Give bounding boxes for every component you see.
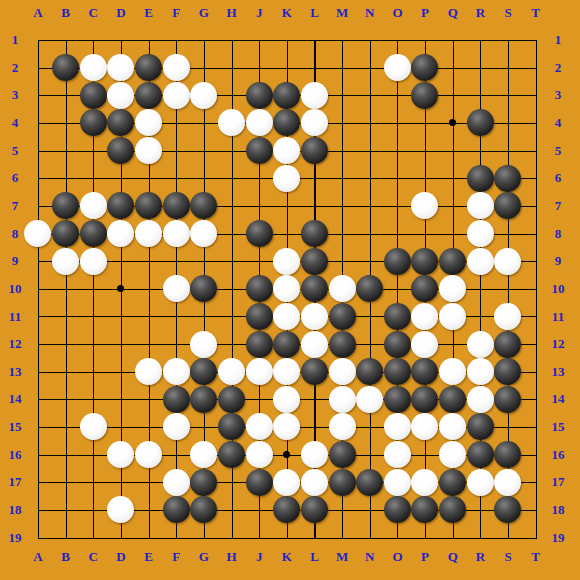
intersection-p2[interactable] xyxy=(411,54,439,82)
intersection-q5[interactable] xyxy=(439,137,467,165)
intersection-o11[interactable] xyxy=(384,303,412,331)
intersection-q2[interactable] xyxy=(439,54,467,82)
intersection-b11[interactable] xyxy=(52,303,80,331)
intersection-o1[interactable] xyxy=(384,26,412,54)
intersection-j12[interactable] xyxy=(245,330,273,358)
intersection-s15[interactable] xyxy=(494,413,522,441)
intersection-n9[interactable] xyxy=(356,247,384,275)
intersection-g18[interactable] xyxy=(190,496,218,524)
intersection-g13[interactable] xyxy=(190,358,218,386)
intersection-o16[interactable] xyxy=(384,441,412,469)
intersection-q11[interactable] xyxy=(439,303,467,331)
intersection-b4[interactable] xyxy=(52,109,80,137)
intersection-f13[interactable] xyxy=(162,358,190,386)
intersection-e5[interactable] xyxy=(135,137,163,165)
intersection-e6[interactable] xyxy=(135,164,163,192)
intersection-d1[interactable] xyxy=(107,26,135,54)
intersection-h16[interactable] xyxy=(218,441,246,469)
intersection-j7[interactable] xyxy=(245,192,273,220)
intersection-j5[interactable] xyxy=(245,137,273,165)
intersection-l9[interactable] xyxy=(301,247,329,275)
intersection-p13[interactable] xyxy=(411,358,439,386)
intersection-m4[interactable] xyxy=(328,109,356,137)
intersection-b10[interactable] xyxy=(52,275,80,303)
intersection-m14[interactable] xyxy=(328,386,356,414)
intersection-c9[interactable] xyxy=(79,247,107,275)
intersection-d7[interactable] xyxy=(107,192,135,220)
intersection-f11[interactable] xyxy=(162,303,190,331)
intersection-f19[interactable] xyxy=(162,524,190,552)
intersection-h14[interactable] xyxy=(218,386,246,414)
intersection-c17[interactable] xyxy=(79,468,107,496)
intersection-p15[interactable] xyxy=(411,413,439,441)
intersection-m12[interactable] xyxy=(328,330,356,358)
intersection-m5[interactable] xyxy=(328,137,356,165)
intersection-h6[interactable] xyxy=(218,164,246,192)
intersection-h2[interactable] xyxy=(218,54,246,82)
intersection-b18[interactable] xyxy=(52,496,80,524)
intersection-e15[interactable] xyxy=(135,413,163,441)
intersection-s17[interactable] xyxy=(494,468,522,496)
intersection-b13[interactable] xyxy=(52,358,80,386)
intersection-p17[interactable] xyxy=(411,468,439,496)
intersection-l12[interactable] xyxy=(301,330,329,358)
intersection-s7[interactable] xyxy=(494,192,522,220)
intersection-m19[interactable] xyxy=(328,524,356,552)
intersection-e17[interactable] xyxy=(135,468,163,496)
intersection-r16[interactable] xyxy=(466,441,494,469)
intersection-s10[interactable] xyxy=(494,275,522,303)
intersection-k18[interactable] xyxy=(273,496,301,524)
intersection-h11[interactable] xyxy=(218,303,246,331)
intersection-q12[interactable] xyxy=(439,330,467,358)
intersection-e19[interactable] xyxy=(135,524,163,552)
intersection-j9[interactable] xyxy=(245,247,273,275)
intersection-o3[interactable] xyxy=(384,81,412,109)
intersection-k17[interactable] xyxy=(273,468,301,496)
intersection-c8[interactable] xyxy=(79,220,107,248)
intersection-p5[interactable] xyxy=(411,137,439,165)
intersection-o14[interactable] xyxy=(384,386,412,414)
intersection-r12[interactable] xyxy=(466,330,494,358)
intersection-d3[interactable] xyxy=(107,81,135,109)
go-board[interactable] xyxy=(24,26,549,551)
intersection-m3[interactable] xyxy=(328,81,356,109)
intersection-f18[interactable] xyxy=(162,496,190,524)
intersection-l2[interactable] xyxy=(301,54,329,82)
intersection-e16[interactable] xyxy=(135,441,163,469)
intersection-g16[interactable] xyxy=(190,441,218,469)
intersection-k12[interactable] xyxy=(273,330,301,358)
intersection-k11[interactable] xyxy=(273,303,301,331)
intersection-m13[interactable] xyxy=(328,358,356,386)
intersection-f12[interactable] xyxy=(162,330,190,358)
intersection-c4[interactable] xyxy=(79,109,107,137)
intersection-k2[interactable] xyxy=(273,54,301,82)
intersection-r2[interactable] xyxy=(466,54,494,82)
intersection-b19[interactable] xyxy=(52,524,80,552)
intersection-b17[interactable] xyxy=(52,468,80,496)
intersection-j18[interactable] xyxy=(245,496,273,524)
intersection-c18[interactable] xyxy=(79,496,107,524)
intersection-p11[interactable] xyxy=(411,303,439,331)
intersection-k9[interactable] xyxy=(273,247,301,275)
intersection-d19[interactable] xyxy=(107,524,135,552)
intersection-r3[interactable] xyxy=(466,81,494,109)
intersection-r4[interactable] xyxy=(466,109,494,137)
intersection-c1[interactable] xyxy=(79,26,107,54)
intersection-r7[interactable] xyxy=(466,192,494,220)
intersection-l6[interactable] xyxy=(301,164,329,192)
intersection-h15[interactable] xyxy=(218,413,246,441)
intersection-d11[interactable] xyxy=(107,303,135,331)
intersection-b7[interactable] xyxy=(52,192,80,220)
intersection-k4[interactable] xyxy=(273,109,301,137)
intersection-n5[interactable] xyxy=(356,137,384,165)
intersection-e14[interactable] xyxy=(135,386,163,414)
intersection-o15[interactable] xyxy=(384,413,412,441)
intersection-q3[interactable] xyxy=(439,81,467,109)
intersection-g15[interactable] xyxy=(190,413,218,441)
intersection-f15[interactable] xyxy=(162,413,190,441)
intersection-p7[interactable] xyxy=(411,192,439,220)
intersection-l17[interactable] xyxy=(301,468,329,496)
intersection-k3[interactable] xyxy=(273,81,301,109)
intersection-q18[interactable] xyxy=(439,496,467,524)
intersection-j11[interactable] xyxy=(245,303,273,331)
intersection-j16[interactable] xyxy=(245,441,273,469)
intersection-d2[interactable] xyxy=(107,54,135,82)
intersection-o5[interactable] xyxy=(384,137,412,165)
intersection-d14[interactable] xyxy=(107,386,135,414)
intersection-o17[interactable] xyxy=(384,468,412,496)
intersection-o12[interactable] xyxy=(384,330,412,358)
intersection-j13[interactable] xyxy=(245,358,273,386)
intersection-p3[interactable] xyxy=(411,81,439,109)
intersection-h17[interactable] xyxy=(218,468,246,496)
intersection-h10[interactable] xyxy=(218,275,246,303)
intersection-o8[interactable] xyxy=(384,220,412,248)
intersection-p10[interactable] xyxy=(411,275,439,303)
intersection-f7[interactable] xyxy=(162,192,190,220)
intersection-p6[interactable] xyxy=(411,164,439,192)
intersection-r10[interactable] xyxy=(466,275,494,303)
intersection-q4[interactable] xyxy=(439,109,467,137)
intersection-q15[interactable] xyxy=(439,413,467,441)
intersection-m11[interactable] xyxy=(328,303,356,331)
intersection-n1[interactable] xyxy=(356,26,384,54)
intersection-f6[interactable] xyxy=(162,164,190,192)
intersection-c16[interactable] xyxy=(79,441,107,469)
intersection-c11[interactable] xyxy=(79,303,107,331)
intersection-c12[interactable] xyxy=(79,330,107,358)
intersection-c15[interactable] xyxy=(79,413,107,441)
intersection-s18[interactable] xyxy=(494,496,522,524)
intersection-k7[interactable] xyxy=(273,192,301,220)
intersection-k6[interactable] xyxy=(273,164,301,192)
intersection-r17[interactable] xyxy=(466,468,494,496)
intersection-g4[interactable] xyxy=(190,109,218,137)
intersection-l15[interactable] xyxy=(301,413,329,441)
intersection-b15[interactable] xyxy=(52,413,80,441)
intersection-h12[interactable] xyxy=(218,330,246,358)
intersection-b14[interactable] xyxy=(52,386,80,414)
intersection-k10[interactable] xyxy=(273,275,301,303)
intersection-g14[interactable] xyxy=(190,386,218,414)
intersection-f3[interactable] xyxy=(162,81,190,109)
intersection-q13[interactable] xyxy=(439,358,467,386)
intersection-n7[interactable] xyxy=(356,192,384,220)
intersection-l8[interactable] xyxy=(301,220,329,248)
intersection-j10[interactable] xyxy=(245,275,273,303)
intersection-e11[interactable] xyxy=(135,303,163,331)
intersection-b8[interactable] xyxy=(52,220,80,248)
intersection-n11[interactable] xyxy=(356,303,384,331)
intersection-c19[interactable] xyxy=(79,524,107,552)
intersection-j4[interactable] xyxy=(245,109,273,137)
intersection-p18[interactable] xyxy=(411,496,439,524)
intersection-m1[interactable] xyxy=(328,26,356,54)
intersection-l19[interactable] xyxy=(301,524,329,552)
intersection-f9[interactable] xyxy=(162,247,190,275)
intersection-r11[interactable] xyxy=(466,303,494,331)
intersection-o19[interactable] xyxy=(384,524,412,552)
intersection-h13[interactable] xyxy=(218,358,246,386)
intersection-m16[interactable] xyxy=(328,441,356,469)
intersection-g11[interactable] xyxy=(190,303,218,331)
intersection-m6[interactable] xyxy=(328,164,356,192)
intersection-j15[interactable] xyxy=(245,413,273,441)
intersection-n18[interactable] xyxy=(356,496,384,524)
intersection-k16[interactable] xyxy=(273,441,301,469)
intersection-s12[interactable] xyxy=(494,330,522,358)
intersection-k19[interactable] xyxy=(273,524,301,552)
intersection-n14[interactable] xyxy=(356,386,384,414)
intersection-f10[interactable] xyxy=(162,275,190,303)
intersection-s11[interactable] xyxy=(494,303,522,331)
intersection-m18[interactable] xyxy=(328,496,356,524)
intersection-d10[interactable] xyxy=(107,275,135,303)
intersection-k15[interactable] xyxy=(273,413,301,441)
intersection-q6[interactable] xyxy=(439,164,467,192)
intersection-f5[interactable] xyxy=(162,137,190,165)
intersection-n19[interactable] xyxy=(356,524,384,552)
intersection-k14[interactable] xyxy=(273,386,301,414)
intersection-d13[interactable] xyxy=(107,358,135,386)
intersection-l14[interactable] xyxy=(301,386,329,414)
intersection-o18[interactable] xyxy=(384,496,412,524)
intersection-d8[interactable] xyxy=(107,220,135,248)
intersection-l16[interactable] xyxy=(301,441,329,469)
intersection-m9[interactable] xyxy=(328,247,356,275)
intersection-c13[interactable] xyxy=(79,358,107,386)
intersection-m17[interactable] xyxy=(328,468,356,496)
intersection-q14[interactable] xyxy=(439,386,467,414)
intersection-m7[interactable] xyxy=(328,192,356,220)
intersection-s16[interactable] xyxy=(494,441,522,469)
intersection-g7[interactable] xyxy=(190,192,218,220)
intersection-l5[interactable] xyxy=(301,137,329,165)
intersection-p8[interactable] xyxy=(411,220,439,248)
intersection-g1[interactable] xyxy=(190,26,218,54)
intersection-d9[interactable] xyxy=(107,247,135,275)
intersection-b5[interactable] xyxy=(52,137,80,165)
intersection-r5[interactable] xyxy=(466,137,494,165)
intersection-c3[interactable] xyxy=(79,81,107,109)
intersection-b6[interactable] xyxy=(52,164,80,192)
intersection-n2[interactable] xyxy=(356,54,384,82)
intersection-f14[interactable] xyxy=(162,386,190,414)
intersection-h8[interactable] xyxy=(218,220,246,248)
intersection-b16[interactable] xyxy=(52,441,80,469)
intersection-r13[interactable] xyxy=(466,358,494,386)
intersection-e4[interactable] xyxy=(135,109,163,137)
intersection-g6[interactable] xyxy=(190,164,218,192)
intersection-n8[interactable] xyxy=(356,220,384,248)
intersection-j1[interactable] xyxy=(245,26,273,54)
intersection-r8[interactable] xyxy=(466,220,494,248)
intersection-e12[interactable] xyxy=(135,330,163,358)
intersection-b2[interactable] xyxy=(52,54,80,82)
intersection-s14[interactable] xyxy=(494,386,522,414)
intersection-s9[interactable] xyxy=(494,247,522,275)
intersection-d16[interactable] xyxy=(107,441,135,469)
intersection-h9[interactable] xyxy=(218,247,246,275)
intersection-q17[interactable] xyxy=(439,468,467,496)
intersection-d12[interactable] xyxy=(107,330,135,358)
intersection-k8[interactable] xyxy=(273,220,301,248)
intersection-r19[interactable] xyxy=(466,524,494,552)
intersection-s8[interactable] xyxy=(494,220,522,248)
intersection-e8[interactable] xyxy=(135,220,163,248)
intersection-r9[interactable] xyxy=(466,247,494,275)
intersection-b12[interactable] xyxy=(52,330,80,358)
intersection-s6[interactable] xyxy=(494,164,522,192)
intersection-f1[interactable] xyxy=(162,26,190,54)
intersection-g12[interactable] xyxy=(190,330,218,358)
intersection-e1[interactable] xyxy=(135,26,163,54)
intersection-p16[interactable] xyxy=(411,441,439,469)
intersection-f4[interactable] xyxy=(162,109,190,137)
intersection-p4[interactable] xyxy=(411,109,439,137)
intersection-q16[interactable] xyxy=(439,441,467,469)
intersection-l13[interactable] xyxy=(301,358,329,386)
intersection-p14[interactable] xyxy=(411,386,439,414)
intersection-e18[interactable] xyxy=(135,496,163,524)
intersection-g2[interactable] xyxy=(190,54,218,82)
intersection-g9[interactable] xyxy=(190,247,218,275)
intersection-p9[interactable] xyxy=(411,247,439,275)
intersection-e13[interactable] xyxy=(135,358,163,386)
intersection-h5[interactable] xyxy=(218,137,246,165)
intersection-c10[interactable] xyxy=(79,275,107,303)
intersection-e9[interactable] xyxy=(135,247,163,275)
intersection-n3[interactable] xyxy=(356,81,384,109)
intersection-r1[interactable] xyxy=(466,26,494,54)
intersection-q9[interactable] xyxy=(439,247,467,275)
intersection-q8[interactable] xyxy=(439,220,467,248)
intersection-g10[interactable] xyxy=(190,275,218,303)
intersection-q7[interactable] xyxy=(439,192,467,220)
intersection-j8[interactable] xyxy=(245,220,273,248)
intersection-d4[interactable] xyxy=(107,109,135,137)
intersection-r6[interactable] xyxy=(466,164,494,192)
intersection-h7[interactable] xyxy=(218,192,246,220)
intersection-n6[interactable] xyxy=(356,164,384,192)
intersection-s3[interactable] xyxy=(494,81,522,109)
intersection-n16[interactable] xyxy=(356,441,384,469)
intersection-r18[interactable] xyxy=(466,496,494,524)
intersection-o6[interactable] xyxy=(384,164,412,192)
intersection-j19[interactable] xyxy=(245,524,273,552)
intersection-m15[interactable] xyxy=(328,413,356,441)
intersection-s19[interactable] xyxy=(494,524,522,552)
intersection-s2[interactable] xyxy=(494,54,522,82)
intersection-d18[interactable] xyxy=(107,496,135,524)
intersection-r14[interactable] xyxy=(466,386,494,414)
intersection-q1[interactable] xyxy=(439,26,467,54)
intersection-n17[interactable] xyxy=(356,468,384,496)
intersection-e2[interactable] xyxy=(135,54,163,82)
intersection-h3[interactable] xyxy=(218,81,246,109)
intersection-m8[interactable] xyxy=(328,220,356,248)
intersection-e7[interactable] xyxy=(135,192,163,220)
intersection-l18[interactable] xyxy=(301,496,329,524)
intersection-p19[interactable] xyxy=(411,524,439,552)
intersection-b1[interactable] xyxy=(52,26,80,54)
intersection-n15[interactable] xyxy=(356,413,384,441)
intersection-n12[interactable] xyxy=(356,330,384,358)
intersection-c7[interactable] xyxy=(79,192,107,220)
intersection-o10[interactable] xyxy=(384,275,412,303)
intersection-s13[interactable] xyxy=(494,358,522,386)
intersection-f16[interactable] xyxy=(162,441,190,469)
intersection-o7[interactable] xyxy=(384,192,412,220)
intersection-f8[interactable] xyxy=(162,220,190,248)
intersection-n10[interactable] xyxy=(356,275,384,303)
intersection-d15[interactable] xyxy=(107,413,135,441)
intersection-e3[interactable] xyxy=(135,81,163,109)
intersection-n13[interactable] xyxy=(356,358,384,386)
intersection-h4[interactable] xyxy=(218,109,246,137)
intersection-o9[interactable] xyxy=(384,247,412,275)
intersection-g3[interactable] xyxy=(190,81,218,109)
intersection-l10[interactable] xyxy=(301,275,329,303)
intersection-e10[interactable] xyxy=(135,275,163,303)
intersection-o13[interactable] xyxy=(384,358,412,386)
intersection-s1[interactable] xyxy=(494,26,522,54)
intersection-s4[interactable] xyxy=(494,109,522,137)
intersection-g17[interactable] xyxy=(190,468,218,496)
intersection-n4[interactable] xyxy=(356,109,384,137)
intersection-h18[interactable] xyxy=(218,496,246,524)
intersection-k5[interactable] xyxy=(273,137,301,165)
intersection-c2[interactable] xyxy=(79,54,107,82)
intersection-h1[interactable] xyxy=(218,26,246,54)
intersection-d5[interactable] xyxy=(107,137,135,165)
intersection-j17[interactable] xyxy=(245,468,273,496)
intersection-r15[interactable] xyxy=(466,413,494,441)
intersection-o2[interactable] xyxy=(384,54,412,82)
intersection-l7[interactable] xyxy=(301,192,329,220)
intersection-q19[interactable] xyxy=(439,524,467,552)
intersection-m10[interactable] xyxy=(328,275,356,303)
intersection-p1[interactable] xyxy=(411,26,439,54)
intersection-f17[interactable] xyxy=(162,468,190,496)
intersection-l4[interactable] xyxy=(301,109,329,137)
intersection-j14[interactable] xyxy=(245,386,273,414)
intersection-l11[interactable] xyxy=(301,303,329,331)
